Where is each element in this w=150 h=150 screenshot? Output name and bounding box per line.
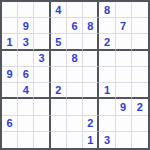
- cell-r4c2[interactable]: [18, 51, 34, 67]
- cell-r6c9[interactable]: [132, 83, 148, 99]
- cell-r7c1[interactable]: [2, 99, 18, 115]
- cell-r3c4[interactable]: 5: [51, 34, 67, 50]
- cell-r4c6[interactable]: [83, 51, 99, 67]
- cell-r8c6[interactable]: 2: [83, 116, 99, 132]
- cell-r9c6[interactable]: 1: [83, 132, 99, 148]
- cell-r7c8[interactable]: 9: [116, 99, 132, 115]
- cell-r6c8[interactable]: [116, 83, 132, 99]
- cell-r8c8[interactable]: [116, 116, 132, 132]
- cell-r7c6[interactable]: [83, 99, 99, 115]
- cell-r9c3[interactable]: [34, 132, 50, 148]
- cell-r4c8[interactable]: [116, 51, 132, 67]
- sudoku-board: 48968713523896421926213: [0, 0, 150, 150]
- cell-r7c7[interactable]: [99, 99, 115, 115]
- cell-r3c9[interactable]: [132, 34, 148, 50]
- cell-r6c7[interactable]: 1: [99, 83, 115, 99]
- cell-r8c5[interactable]: [67, 116, 83, 132]
- cell-r9c9[interactable]: [132, 132, 148, 148]
- cell-r5c8[interactable]: [116, 67, 132, 83]
- cell-r9c2[interactable]: [18, 132, 34, 148]
- cell-r6c5[interactable]: [67, 83, 83, 99]
- cell-r2c9[interactable]: [132, 18, 148, 34]
- cell-r4c3[interactable]: 3: [34, 51, 50, 67]
- cell-r1c2[interactable]: [18, 2, 34, 18]
- cell-r1c5[interactable]: [67, 2, 83, 18]
- cell-r8c4[interactable]: [51, 116, 67, 132]
- cell-r9c8[interactable]: [116, 132, 132, 148]
- cell-r8c9[interactable]: [132, 116, 148, 132]
- cell-r8c3[interactable]: [34, 116, 50, 132]
- cell-r5c9[interactable]: [132, 67, 148, 83]
- cell-r4c4[interactable]: [51, 51, 67, 67]
- cell-r2c6[interactable]: 8: [83, 18, 99, 34]
- cell-r1c4[interactable]: 4: [51, 2, 67, 18]
- cell-r9c1[interactable]: [2, 132, 18, 148]
- cell-r9c5[interactable]: [67, 132, 83, 148]
- cell-r1c6[interactable]: [83, 2, 99, 18]
- cell-r8c7[interactable]: [99, 116, 115, 132]
- cell-r2c3[interactable]: [34, 18, 50, 34]
- cell-r7c5[interactable]: [67, 99, 83, 115]
- cell-r5c3[interactable]: [34, 67, 50, 83]
- cell-r1c9[interactable]: [132, 2, 148, 18]
- cell-r2c5[interactable]: 6: [67, 18, 83, 34]
- cell-r4c5[interactable]: 8: [67, 51, 83, 67]
- cell-r6c4[interactable]: 2: [51, 83, 67, 99]
- cell-r1c1[interactable]: [2, 2, 18, 18]
- cell-r2c7[interactable]: [99, 18, 115, 34]
- cell-r8c1[interactable]: 6: [2, 116, 18, 132]
- cell-r9c7[interactable]: 3: [99, 132, 115, 148]
- cell-r3c3[interactable]: [34, 34, 50, 50]
- cell-r2c8[interactable]: 7: [116, 18, 132, 34]
- cell-r7c3[interactable]: [34, 99, 50, 115]
- cell-r3c6[interactable]: [83, 34, 99, 50]
- cell-r1c7[interactable]: 8: [99, 2, 115, 18]
- cell-r6c2[interactable]: 4: [18, 83, 34, 99]
- cell-r8c2[interactable]: [18, 116, 34, 132]
- cell-r6c6[interactable]: [83, 83, 99, 99]
- cell-r7c2[interactable]: [18, 99, 34, 115]
- cell-r2c1[interactable]: [2, 18, 18, 34]
- cell-r2c2[interactable]: 9: [18, 18, 34, 34]
- cell-r2c4[interactable]: [51, 18, 67, 34]
- cell-r1c3[interactable]: [34, 2, 50, 18]
- cell-r5c7[interactable]: [99, 67, 115, 83]
- cell-r4c7[interactable]: [99, 51, 115, 67]
- cell-r7c9[interactable]: 2: [132, 99, 148, 115]
- cell-r5c6[interactable]: [83, 67, 99, 83]
- cell-r5c5[interactable]: [67, 67, 83, 83]
- cell-r5c4[interactable]: [51, 67, 67, 83]
- cell-r3c7[interactable]: 2: [99, 34, 115, 50]
- cell-r6c3[interactable]: [34, 83, 50, 99]
- cell-r6c1[interactable]: [2, 83, 18, 99]
- cell-r7c4[interactable]: [51, 99, 67, 115]
- cell-r3c2[interactable]: 3: [18, 34, 34, 50]
- cell-r3c1[interactable]: 1: [2, 34, 18, 50]
- cell-r4c1[interactable]: [2, 51, 18, 67]
- cell-r4c9[interactable]: [132, 51, 148, 67]
- cell-r3c8[interactable]: [116, 34, 132, 50]
- cell-r5c2[interactable]: 6: [18, 67, 34, 83]
- cell-r5c1[interactable]: 9: [2, 67, 18, 83]
- cell-r3c5[interactable]: [67, 34, 83, 50]
- cell-r1c8[interactable]: [116, 2, 132, 18]
- cell-r9c4[interactable]: [51, 132, 67, 148]
